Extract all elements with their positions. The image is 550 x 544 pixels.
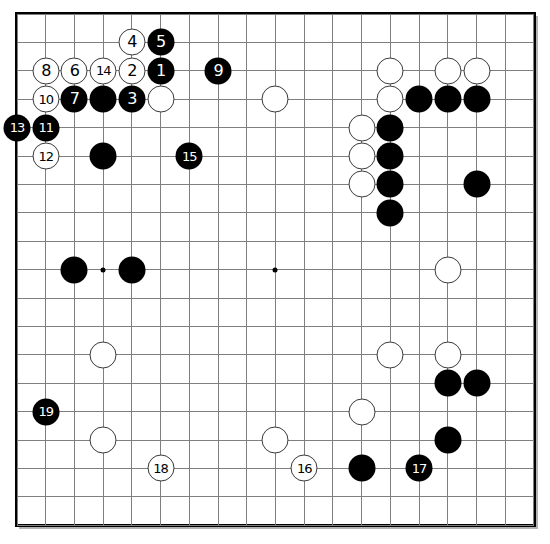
stone-black (377, 199, 404, 226)
stone-white (262, 86, 289, 113)
stone-white (434, 341, 461, 368)
move-number: 8 (41, 62, 50, 79)
stone-white (434, 57, 461, 84)
grid-hline (17, 496, 534, 497)
grid-vline (361, 14, 362, 525)
move-number: 7 (70, 91, 79, 108)
stone-white-6: 6 (61, 57, 88, 84)
move-number: 3 (127, 91, 136, 108)
stone-white (147, 86, 174, 113)
stone-white-16: 16 (291, 455, 318, 482)
grid-vline (304, 14, 305, 525)
stone-black (377, 143, 404, 170)
stone-white (434, 256, 461, 283)
stone-black (118, 256, 145, 283)
grid-vline (505, 14, 506, 525)
move-number: 17 (412, 461, 427, 475)
stone-white-8: 8 (32, 57, 59, 84)
stone-black (463, 370, 490, 397)
grid-hline (17, 525, 534, 526)
move-number: 1 (156, 62, 165, 79)
move-number: 15 (182, 149, 197, 163)
stone-white (463, 57, 490, 84)
stone-white (377, 86, 404, 113)
stone-black-13: 13 (4, 114, 31, 141)
move-number: 4 (127, 34, 136, 51)
stone-white (90, 427, 117, 454)
stone-black-11: 11 (32, 114, 59, 141)
move-number: 11 (38, 121, 53, 135)
grid-hline (17, 411, 534, 412)
stone-black (377, 114, 404, 141)
stone-white-18: 18 (147, 455, 174, 482)
grid-hline (17, 326, 534, 327)
stone-white-12: 12 (32, 143, 59, 170)
stone-black-3: 3 (118, 86, 145, 113)
stone-black (90, 86, 117, 113)
stone-white-14: 14 (90, 57, 117, 84)
grid-vline (533, 14, 534, 525)
stone-black-5: 5 (147, 29, 174, 56)
stone-black (463, 86, 490, 113)
stone-black (406, 86, 433, 113)
grid-hline (17, 298, 534, 299)
grid-hline (17, 468, 534, 469)
stone-white (348, 114, 375, 141)
stone-black (377, 171, 404, 198)
stone-black-15: 15 (176, 143, 203, 170)
move-number: 6 (70, 62, 79, 79)
hoshi-point (273, 267, 278, 272)
stone-white (348, 398, 375, 425)
move-number: 12 (38, 149, 53, 163)
stone-black-1: 1 (147, 57, 174, 84)
grid-vline (332, 14, 333, 525)
stone-white (262, 427, 289, 454)
stone-black (434, 427, 461, 454)
stone-black (90, 143, 117, 170)
hoshi-point (101, 267, 106, 272)
stone-black (348, 455, 375, 482)
stone-black-9: 9 (205, 57, 232, 84)
stone-white (90, 341, 117, 368)
move-number: 13 (10, 121, 25, 135)
move-number: 18 (153, 461, 168, 475)
stone-black (463, 171, 490, 198)
move-number: 16 (297, 461, 312, 475)
move-number: 9 (213, 62, 222, 79)
stone-black (61, 256, 88, 283)
stone-black-7: 7 (61, 86, 88, 113)
move-number: 5 (156, 34, 165, 51)
move-number: 14 (96, 64, 111, 78)
move-number: 19 (38, 405, 53, 419)
move-number: 10 (38, 92, 53, 106)
stone-white (377, 341, 404, 368)
stone-white-2: 2 (118, 57, 145, 84)
go-diagram-page: 45861421910731311121519181617 (0, 0, 550, 544)
stone-black-19: 19 (32, 398, 59, 425)
stone-white-4: 4 (118, 29, 145, 56)
stone-white (348, 171, 375, 198)
stone-black (434, 86, 461, 113)
stone-black-17: 17 (406, 455, 433, 482)
stone-white-10: 10 (32, 86, 59, 113)
stone-white (377, 57, 404, 84)
stone-black (434, 370, 461, 397)
move-number: 2 (127, 62, 136, 79)
stone-white (348, 143, 375, 170)
